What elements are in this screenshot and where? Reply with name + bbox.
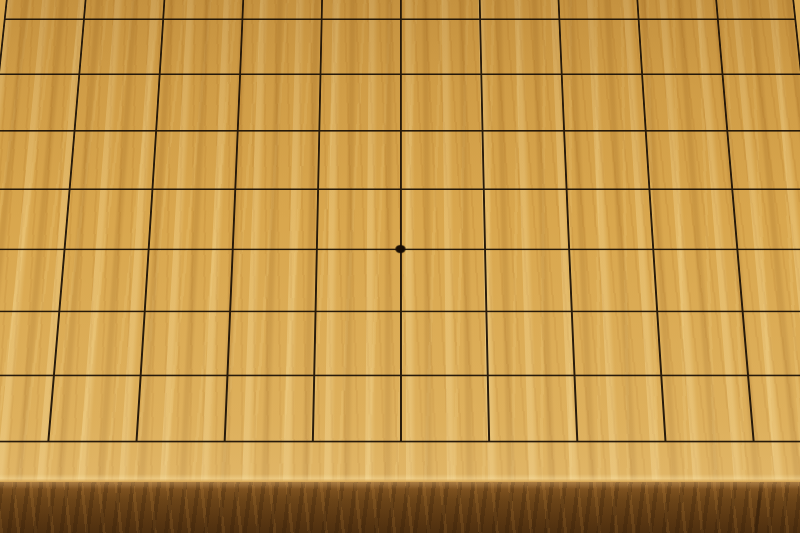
board-cell	[0, 190, 69, 250]
board-cell	[74, 75, 159, 132]
board-grid	[0, 0, 800, 481]
board-cell	[226, 312, 314, 376]
board-front-edge-highlight	[0, 474, 800, 482]
board-cell	[151, 132, 236, 190]
board-cell	[558, 20, 641, 75]
board-plane	[0, 0, 800, 481]
board-cell	[239, 20, 321, 75]
board-cell	[711, 0, 796, 20]
board-cell	[747, 376, 800, 442]
board-cell	[633, 0, 717, 20]
board-cell	[484, 250, 571, 312]
board-cell	[561, 75, 645, 132]
board-cell	[224, 376, 314, 442]
board-cell	[0, 376, 53, 442]
board-cell	[722, 75, 800, 132]
board-cell	[652, 250, 741, 312]
board-cell	[638, 20, 722, 75]
goban-photo	[0, 0, 800, 533]
board-cell	[571, 312, 660, 376]
board-cell	[0, 312, 58, 376]
board-cell	[400, 0, 479, 20]
board-cell	[237, 75, 320, 132]
board-cell	[135, 376, 226, 442]
board-cell	[717, 20, 800, 75]
board-cell	[645, 132, 732, 190]
board-cell	[144, 250, 232, 312]
board-cell	[229, 250, 316, 312]
board-cell	[0, 250, 64, 312]
board-cell	[482, 132, 566, 190]
board-cell	[566, 190, 653, 250]
board-cell	[0, 20, 83, 75]
board-cell	[320, 20, 400, 75]
board-cell	[318, 75, 400, 132]
board-side-corner-seam	[754, 482, 762, 533]
board-cell	[400, 132, 483, 190]
star-point-hoshi	[395, 245, 405, 254]
board-cell	[148, 190, 235, 250]
board-side-panel	[0, 482, 800, 533]
board-cell	[400, 75, 482, 132]
board-cell	[58, 250, 147, 312]
board-cell	[0, 75, 78, 132]
board-cell	[742, 312, 800, 376]
board-cell	[400, 190, 484, 250]
board-cell	[64, 190, 152, 250]
board-cell	[242, 0, 323, 20]
board-cell	[556, 0, 638, 20]
board-cell	[483, 190, 568, 250]
board-cell	[649, 190, 737, 250]
board-cell	[4, 0, 89, 20]
board-cell	[480, 75, 563, 132]
board-cell	[478, 0, 559, 20]
board-cell	[563, 132, 648, 190]
board-cell	[155, 75, 239, 132]
board-top-surface	[0, 0, 800, 481]
board-cell	[660, 376, 752, 442]
board-cell	[53, 312, 144, 376]
board-cell	[731, 190, 800, 250]
board-cell	[485, 312, 573, 376]
board-cell	[487, 376, 577, 442]
board-cell	[316, 190, 400, 250]
board-cell	[726, 132, 800, 190]
board-cell	[574, 376, 665, 442]
board-cell	[400, 312, 487, 376]
board-cell	[234, 132, 318, 190]
board-cell	[162, 0, 244, 20]
board-cell	[479, 20, 561, 75]
board-cell	[159, 20, 242, 75]
board-cell	[313, 312, 400, 376]
board-cell	[400, 20, 480, 75]
board-cell	[232, 190, 317, 250]
board-cell	[317, 132, 400, 190]
board-cell	[78, 20, 162, 75]
board-cell	[83, 0, 167, 20]
board-cell	[312, 376, 400, 442]
board-cell	[736, 250, 800, 312]
board-cell	[315, 250, 400, 312]
board-cell	[400, 376, 488, 442]
board-cell	[140, 312, 229, 376]
board-cell	[0, 132, 74, 190]
board-cell	[321, 0, 400, 20]
board-cell	[400, 250, 485, 312]
board-cell	[69, 132, 156, 190]
board-cell	[47, 376, 139, 442]
board-cell	[641, 75, 726, 132]
board-cell	[656, 312, 747, 376]
board-cell	[568, 250, 656, 312]
